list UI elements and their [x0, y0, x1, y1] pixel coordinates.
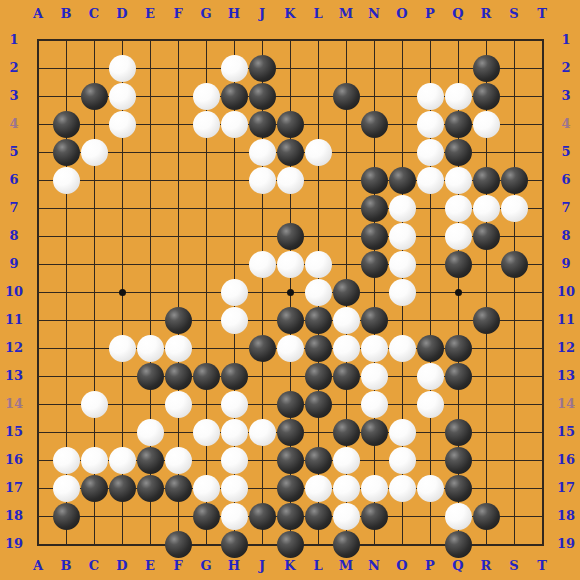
stone-white — [417, 475, 444, 502]
stone-black — [221, 531, 248, 558]
coord-label-bottom: M — [334, 558, 358, 574]
stone-white — [81, 391, 108, 418]
stone-white — [389, 195, 416, 222]
coord-label-right: 1 — [554, 32, 578, 48]
stone-white — [305, 475, 332, 502]
coord-label-right: 19 — [554, 536, 578, 552]
stone-white — [193, 111, 220, 138]
coord-label-right: 9 — [554, 256, 578, 272]
stone-white — [445, 503, 472, 530]
stone-black — [389, 167, 416, 194]
coord-label-left: 7 — [2, 200, 26, 216]
coord-label-left: 1 — [2, 32, 26, 48]
stone-white — [333, 335, 360, 362]
stone-white — [277, 167, 304, 194]
coord-label-bottom: G — [194, 558, 218, 574]
stone-black — [53, 503, 80, 530]
coord-label-top: J — [250, 6, 274, 22]
coord-label-right: 15 — [554, 424, 578, 440]
stone-black — [473, 223, 500, 250]
coord-label-top: M — [334, 6, 358, 22]
stone-black — [305, 447, 332, 474]
coord-label-left: 5 — [2, 144, 26, 160]
stone-black — [249, 55, 276, 82]
stone-black — [81, 83, 108, 110]
stone-white — [361, 391, 388, 418]
stone-black — [53, 111, 80, 138]
stone-black — [193, 363, 220, 390]
stone-black — [361, 503, 388, 530]
stone-white — [445, 195, 472, 222]
stone-black — [361, 251, 388, 278]
stone-black — [501, 251, 528, 278]
stone-black — [445, 251, 472, 278]
coord-label-top: R — [474, 6, 498, 22]
stone-white — [249, 167, 276, 194]
coord-label-right: 14 — [554, 396, 578, 412]
stone-black — [445, 139, 472, 166]
stone-white — [221, 447, 248, 474]
coord-label-right: 7 — [554, 200, 578, 216]
stone-black — [53, 139, 80, 166]
coord-label-top: F — [166, 6, 190, 22]
stone-black — [305, 503, 332, 530]
stone-white — [221, 111, 248, 138]
stone-black — [361, 307, 388, 334]
stone-black — [277, 531, 304, 558]
stone-white — [277, 335, 304, 362]
coord-label-left: 3 — [2, 88, 26, 104]
coord-label-bottom: B — [54, 558, 78, 574]
stone-white — [53, 475, 80, 502]
coord-label-top: Q — [446, 6, 470, 22]
coord-label-right: 13 — [554, 368, 578, 384]
stone-white — [221, 307, 248, 334]
coord-label-bottom: S — [502, 558, 526, 574]
stone-white — [109, 83, 136, 110]
coord-label-top: H — [222, 6, 246, 22]
stone-black — [221, 83, 248, 110]
stone-white — [81, 447, 108, 474]
stone-white — [333, 447, 360, 474]
stone-white — [417, 139, 444, 166]
stone-white — [249, 139, 276, 166]
coord-label-left: 4 — [2, 116, 26, 132]
coord-label-left: 12 — [2, 340, 26, 356]
coord-label-left: 6 — [2, 172, 26, 188]
coord-label-bottom: T — [530, 558, 554, 574]
stone-black — [445, 475, 472, 502]
coord-label-bottom: C — [82, 558, 106, 574]
stone-black — [445, 363, 472, 390]
coord-label-right: 10 — [554, 284, 578, 300]
coord-label-top: L — [306, 6, 330, 22]
stone-white — [137, 335, 164, 362]
stone-black — [445, 335, 472, 362]
go-board[interactable]: AABBCCDDEEFFGGHHJJKKLLMMNNOOPPQQRRSSTT11… — [0, 0, 580, 580]
stone-black — [333, 531, 360, 558]
stone-white — [221, 279, 248, 306]
stone-black — [165, 307, 192, 334]
stone-white — [305, 251, 332, 278]
stone-white — [53, 447, 80, 474]
stone-black — [277, 223, 304, 250]
coord-label-top: T — [530, 6, 554, 22]
coord-label-left: 16 — [2, 452, 26, 468]
stone-black — [361, 195, 388, 222]
coord-label-top: G — [194, 6, 218, 22]
stone-black — [445, 447, 472, 474]
stone-white — [445, 167, 472, 194]
stone-black — [137, 447, 164, 474]
stone-black — [137, 475, 164, 502]
stone-white — [109, 335, 136, 362]
stone-black — [305, 335, 332, 362]
coord-label-left: 19 — [2, 536, 26, 552]
coord-label-bottom: A — [26, 558, 50, 574]
stone-black — [277, 139, 304, 166]
stone-white — [137, 419, 164, 446]
coord-label-left: 13 — [2, 368, 26, 384]
coord-label-bottom: F — [166, 558, 190, 574]
stone-black — [333, 83, 360, 110]
coord-label-right: 2 — [554, 60, 578, 76]
stone-white — [249, 419, 276, 446]
stone-white — [193, 419, 220, 446]
coord-label-top: E — [138, 6, 162, 22]
coord-label-right: 17 — [554, 480, 578, 496]
stone-white — [193, 83, 220, 110]
stone-white — [417, 83, 444, 110]
stone-black — [361, 167, 388, 194]
stone-black — [473, 55, 500, 82]
coord-label-bottom: J — [250, 558, 274, 574]
stone-black — [249, 83, 276, 110]
coord-label-top: N — [362, 6, 386, 22]
stone-white — [473, 195, 500, 222]
stone-white — [305, 139, 332, 166]
coord-label-left: 17 — [2, 480, 26, 496]
stone-black — [277, 419, 304, 446]
coord-label-left: 8 — [2, 228, 26, 244]
stone-white — [221, 475, 248, 502]
stone-black — [109, 475, 136, 502]
stone-white — [389, 475, 416, 502]
stone-white — [193, 475, 220, 502]
star-point — [455, 289, 462, 296]
stone-black — [473, 167, 500, 194]
stone-white — [389, 279, 416, 306]
coord-label-top: D — [110, 6, 134, 22]
star-point — [119, 289, 126, 296]
stone-white — [389, 447, 416, 474]
stone-white — [361, 475, 388, 502]
stone-white — [389, 223, 416, 250]
stone-white — [249, 251, 276, 278]
stone-white — [389, 419, 416, 446]
stone-black — [305, 307, 332, 334]
coord-label-bottom: D — [110, 558, 134, 574]
coord-label-bottom: P — [418, 558, 442, 574]
stone-white — [221, 419, 248, 446]
coord-label-top: O — [390, 6, 414, 22]
stone-black — [277, 111, 304, 138]
stone-white — [417, 111, 444, 138]
stone-black — [249, 335, 276, 362]
stone-black — [473, 83, 500, 110]
stone-black — [277, 475, 304, 502]
stone-black — [333, 363, 360, 390]
stone-white — [165, 447, 192, 474]
stone-white — [417, 363, 444, 390]
coord-label-left: 10 — [2, 284, 26, 300]
coord-label-left: 9 — [2, 256, 26, 272]
stone-black — [249, 111, 276, 138]
stone-white — [53, 167, 80, 194]
coord-label-right: 4 — [554, 116, 578, 132]
stone-black — [81, 475, 108, 502]
coord-label-bottom: K — [278, 558, 302, 574]
coord-label-bottom: H — [222, 558, 246, 574]
stone-black — [165, 475, 192, 502]
coord-label-bottom: E — [138, 558, 162, 574]
stone-white — [389, 335, 416, 362]
stone-black — [361, 419, 388, 446]
coord-label-right: 5 — [554, 144, 578, 160]
coord-label-bottom: Q — [446, 558, 470, 574]
stone-white — [165, 391, 192, 418]
coord-label-right: 18 — [554, 508, 578, 524]
stone-white — [445, 83, 472, 110]
coord-label-top: K — [278, 6, 302, 22]
stone-white — [361, 335, 388, 362]
stone-black — [473, 503, 500, 530]
coord-label-right: 3 — [554, 88, 578, 104]
coord-label-top: A — [26, 6, 50, 22]
stone-white — [361, 363, 388, 390]
stone-black — [137, 363, 164, 390]
coord-label-bottom: O — [390, 558, 414, 574]
coord-label-left: 14 — [2, 396, 26, 412]
stone-white — [389, 251, 416, 278]
stone-black — [445, 531, 472, 558]
stone-black — [165, 363, 192, 390]
stone-black — [361, 223, 388, 250]
stone-black — [445, 419, 472, 446]
stone-white — [109, 447, 136, 474]
stone-white — [221, 391, 248, 418]
stone-black — [361, 111, 388, 138]
stone-black — [333, 279, 360, 306]
stone-black — [501, 167, 528, 194]
stone-white — [333, 307, 360, 334]
stone-black — [417, 335, 444, 362]
coord-label-right: 6 — [554, 172, 578, 188]
stone-white — [109, 55, 136, 82]
stone-white — [333, 475, 360, 502]
stone-white — [221, 55, 248, 82]
stone-black — [277, 307, 304, 334]
stone-white — [109, 111, 136, 138]
coord-label-right: 12 — [554, 340, 578, 356]
stone-white — [305, 279, 332, 306]
coord-label-right: 8 — [554, 228, 578, 244]
coord-label-bottom: R — [474, 558, 498, 574]
stone-black — [445, 111, 472, 138]
stone-white — [417, 391, 444, 418]
coord-label-top: P — [418, 6, 442, 22]
stone-white — [417, 167, 444, 194]
stone-white — [333, 503, 360, 530]
stone-black — [305, 363, 332, 390]
stone-black — [333, 419, 360, 446]
coord-label-right: 11 — [554, 312, 578, 328]
stone-black — [249, 503, 276, 530]
stone-white — [165, 335, 192, 362]
coord-label-left: 15 — [2, 424, 26, 440]
coord-label-left: 11 — [2, 312, 26, 328]
stone-white — [221, 503, 248, 530]
stone-black — [221, 363, 248, 390]
stone-white — [473, 111, 500, 138]
stone-black — [473, 307, 500, 334]
stone-white — [81, 139, 108, 166]
stone-white — [277, 251, 304, 278]
coord-label-left: 2 — [2, 60, 26, 76]
stone-black — [277, 391, 304, 418]
star-point — [287, 289, 294, 296]
coord-label-left: 18 — [2, 508, 26, 524]
coord-label-top: C — [82, 6, 106, 22]
coord-label-right: 16 — [554, 452, 578, 468]
stone-black — [165, 531, 192, 558]
stone-black — [277, 447, 304, 474]
coord-label-top: B — [54, 6, 78, 22]
coord-label-top: S — [502, 6, 526, 22]
stone-white — [501, 195, 528, 222]
stone-white — [445, 223, 472, 250]
stone-black — [277, 503, 304, 530]
coord-label-bottom: L — [306, 558, 330, 574]
coord-label-bottom: N — [362, 558, 386, 574]
stone-black — [305, 391, 332, 418]
stone-black — [193, 503, 220, 530]
